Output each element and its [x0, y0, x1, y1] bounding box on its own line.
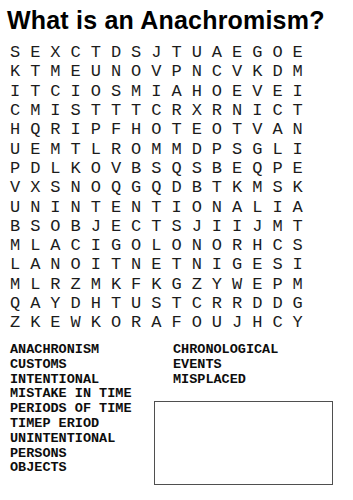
grid-cell: S — [25, 217, 45, 236]
grid-cell: O — [45, 217, 65, 236]
grid-cell: C — [187, 294, 207, 313]
grid-cell: A — [207, 43, 227, 62]
grid-cell: M — [146, 139, 166, 158]
grid-cell: C — [45, 82, 65, 101]
grid-cell: T — [25, 82, 45, 101]
grid-cell: V — [247, 82, 267, 101]
grid-cell: E — [187, 120, 207, 139]
grid-cell: M — [45, 62, 65, 81]
grid-cell: T — [66, 139, 86, 158]
grid-cell: S — [106, 82, 126, 101]
grid-cell: D — [267, 62, 287, 81]
grid-cell: E — [227, 159, 247, 178]
grid-cell: D — [106, 43, 126, 62]
grid-cell: C — [207, 62, 227, 81]
grid-cell: A — [25, 255, 45, 274]
grid-cell: N — [207, 197, 227, 216]
grid-cell: S — [187, 159, 207, 178]
grid-cell: V — [146, 62, 166, 81]
grid-cell: O — [187, 313, 207, 332]
grid-cell: S — [146, 159, 166, 178]
grid-cell: M — [167, 139, 187, 158]
grid-cell: Z — [5, 313, 25, 332]
grid-cell: A — [288, 197, 308, 216]
grid-cell: E — [45, 313, 65, 332]
grid-cell: G — [288, 294, 308, 313]
grid-cell: O — [126, 139, 146, 158]
word-search-worksheet: { "game": "word-search", "title": "What … — [0, 0, 353, 500]
word-item: EVENTS — [173, 358, 278, 373]
grid-cell: C — [5, 101, 25, 120]
word-item: PERSONS — [10, 447, 132, 462]
grid-cell: I — [207, 255, 227, 274]
grid-cell: U — [86, 62, 106, 81]
grid-cell: H — [86, 294, 106, 313]
grid-cell: F — [126, 275, 146, 294]
grid-cell: N — [106, 62, 126, 81]
grid-cell: S — [167, 217, 187, 236]
grid-cell: E — [247, 255, 267, 274]
grid-cell: H — [187, 82, 207, 101]
grid-cell: T — [167, 43, 187, 62]
grid-cell: D — [66, 294, 86, 313]
grid-cell: R — [126, 313, 146, 332]
grid-cell: M — [86, 275, 106, 294]
grid-cell: M — [267, 217, 287, 236]
grid-cell: T — [288, 217, 308, 236]
grid-cell: E — [25, 139, 45, 158]
grid-cell: I — [167, 197, 187, 216]
grid-cell: D — [267, 294, 287, 313]
grid-cell: X — [45, 43, 65, 62]
grid-cell: G — [126, 178, 146, 197]
grid-cell: V — [5, 178, 25, 197]
grid-cell: G — [247, 43, 267, 62]
grid-cell: T — [25, 62, 45, 81]
grid-cell: D — [25, 159, 45, 178]
grid-cell: L — [247, 197, 267, 216]
word-list-left: ANACHRONISMCUSTOMSINTENTIONALMISTAKE IN … — [10, 343, 132, 476]
grid-cell: X — [25, 178, 45, 197]
grid-cell: Y — [207, 275, 227, 294]
grid-cell: N — [187, 255, 207, 274]
grid-cell: C — [267, 236, 287, 255]
grid-cell: P — [267, 159, 287, 178]
grid-cell: I — [247, 101, 267, 120]
grid-cell: I — [45, 197, 65, 216]
grid-cell: I — [227, 217, 247, 236]
grid-cell: T — [126, 101, 146, 120]
grid-cell: N — [288, 120, 308, 139]
grid-cell: I — [288, 255, 308, 274]
grid-cell: U — [187, 43, 207, 62]
grid-cell: P — [207, 139, 227, 158]
grid-cell: I — [146, 82, 166, 101]
grid-cell: B — [187, 178, 207, 197]
grid-cell: Y — [45, 294, 65, 313]
grid-cell: K — [106, 275, 126, 294]
grid-cell: O — [167, 236, 187, 255]
grid-cell: C — [267, 313, 287, 332]
grid-cell: T — [167, 120, 187, 139]
word-item: TIMEP ERIOD — [10, 417, 132, 432]
grid-cell: T — [288, 101, 308, 120]
grid-cell: S — [5, 43, 25, 62]
grid-cell: Z — [66, 275, 86, 294]
grid-cell: T — [167, 255, 187, 274]
grid-cell: W — [227, 275, 247, 294]
grid-cell: T — [167, 294, 187, 313]
grid-cell: P — [5, 159, 25, 178]
grid-cell: R — [227, 236, 247, 255]
grid-cell: L — [45, 159, 65, 178]
grid-cell: B — [126, 159, 146, 178]
grid-cell: A — [167, 82, 187, 101]
grid-cell: I — [86, 255, 106, 274]
grid-cell: E — [288, 159, 308, 178]
grid-cell: L — [25, 275, 45, 294]
grid-cell: A — [227, 197, 247, 216]
grid-cell: S — [146, 294, 166, 313]
grid-cell: L — [5, 255, 25, 274]
grid-cell: J — [187, 217, 207, 236]
grid-cell: R — [207, 294, 227, 313]
grid-cell: K — [227, 178, 247, 197]
grid-cell: S — [126, 43, 146, 62]
grid-cell: I — [288, 139, 308, 158]
grid-cell: N — [66, 178, 86, 197]
grid-cell: M — [126, 82, 146, 101]
grid-cell: H — [247, 236, 267, 255]
grid-cell: R — [167, 101, 187, 120]
grid-cell: R — [227, 294, 247, 313]
grid-cell: B — [207, 159, 227, 178]
grid-cell: I — [45, 101, 65, 120]
grid-cell: N — [25, 197, 45, 216]
grid-cell: L — [146, 236, 166, 255]
grid-cell: E — [267, 82, 287, 101]
grid-cell: G — [167, 275, 187, 294]
grid-cell: E — [227, 82, 247, 101]
grid-cell: M — [25, 101, 45, 120]
grid-cell: O — [66, 255, 86, 274]
grid-cell: I — [66, 120, 86, 139]
grid-cell: U — [5, 139, 25, 158]
grid-cell: A — [146, 313, 166, 332]
grid-cell: J — [146, 43, 166, 62]
grid-cell: O — [207, 82, 227, 101]
grid-cell: K — [66, 159, 86, 178]
grid-cell: Q — [247, 159, 267, 178]
grid-cell: A — [267, 120, 287, 139]
grid-cell: T — [86, 197, 106, 216]
grid-cell: Q — [25, 120, 45, 139]
grid-cell: G — [247, 139, 267, 158]
grid-cell: N — [187, 236, 207, 255]
grid-cell: F — [167, 313, 187, 332]
grid-cell: O — [207, 120, 227, 139]
grid-cell: O — [187, 197, 207, 216]
grid-cell: T — [86, 101, 106, 120]
word-item: UNINTENTIONAL — [10, 432, 132, 447]
grid-cell: K — [86, 313, 106, 332]
grid-cell: W — [66, 313, 86, 332]
page-title: What is an Anachromism? — [7, 6, 325, 35]
grid-cell: M — [288, 275, 308, 294]
grid-cell: T — [86, 43, 106, 62]
word-item: MISPLACED — [173, 373, 278, 388]
grid-cell: B — [5, 217, 25, 236]
grid-cell: N — [126, 255, 146, 274]
grid-cell: I — [207, 217, 227, 236]
grid-cell: P — [167, 62, 187, 81]
grid-cell: Q — [167, 159, 187, 178]
grid-cell: R — [106, 139, 126, 158]
grid-cell: S — [66, 101, 86, 120]
grid-cell: E — [288, 43, 308, 62]
grid-cell: G — [227, 255, 247, 274]
grid-cell: O — [207, 236, 227, 255]
word-list-right: CHRONOLOGICALEVENTSMISPLACED — [173, 343, 278, 387]
grid-cell: T — [146, 197, 166, 216]
grid-cell: O — [106, 313, 126, 332]
grid-cell: E — [25, 43, 45, 62]
grid-cell: B — [66, 217, 86, 236]
grid-cell: V — [247, 120, 267, 139]
grid-cell: Q — [5, 294, 25, 313]
grid-cell: U — [5, 197, 25, 216]
grid-cell: T — [146, 217, 166, 236]
grid-cell: S — [267, 255, 287, 274]
grid-cell: R — [45, 120, 65, 139]
grid-cell: R — [207, 101, 227, 120]
grid-cell: E — [247, 275, 267, 294]
grid-cell: E — [146, 255, 166, 274]
grid-cell: J — [247, 217, 267, 236]
grid-cell: H — [247, 313, 267, 332]
grid-cell: A — [25, 294, 45, 313]
grid-cell: Y — [288, 313, 308, 332]
grid-cell: X — [187, 101, 207, 120]
grid-cell: S — [288, 236, 308, 255]
grid-cell: O — [86, 159, 106, 178]
grid-cell: S — [45, 178, 65, 197]
grid-cell: N — [187, 62, 207, 81]
word-item: OBJECTS — [10, 461, 132, 476]
grid-cell: O — [146, 120, 166, 139]
grid-cell: O — [267, 43, 287, 62]
grid-cell: L — [86, 139, 106, 158]
word-item: CHRONOLOGICAL — [173, 343, 278, 358]
grid-cell: C — [66, 236, 86, 255]
grid-cell: I — [288, 82, 308, 101]
grid-cell: N — [227, 101, 247, 120]
grid-cell: O — [126, 236, 146, 255]
grid-cell: O — [86, 178, 106, 197]
word-item: INTENTIONAL — [10, 373, 132, 388]
grid-cell: N — [66, 197, 86, 216]
grid-cell: L — [25, 236, 45, 255]
grid-cell: S — [267, 178, 287, 197]
word-item: ANACHRONISM — [10, 343, 132, 358]
grid-cell: D — [167, 178, 187, 197]
grid-cell: K — [146, 275, 166, 294]
grid-cell: T — [207, 178, 227, 197]
grid-cell: C — [126, 217, 146, 236]
grid-cell: T — [106, 294, 126, 313]
grid-cell: K — [288, 178, 308, 197]
word-item: CUSTOMS — [10, 358, 132, 373]
grid-cell: T — [227, 120, 247, 139]
grid-cell: R — [45, 275, 65, 294]
grid-cell: M — [5, 275, 25, 294]
grid-cell: U — [126, 294, 146, 313]
grid-cell: T — [106, 101, 126, 120]
grid-cell: J — [86, 217, 106, 236]
grid-cell: D — [247, 294, 267, 313]
grid-cell: K — [5, 62, 25, 81]
grid-cell: G — [106, 236, 126, 255]
grid-cell: P — [86, 120, 106, 139]
grid-cell: A — [45, 236, 65, 255]
grid-cell: I — [267, 197, 287, 216]
answer-box — [154, 401, 333, 485]
grid-cell: C — [146, 101, 166, 120]
grid-cell: Q — [146, 178, 166, 197]
grid-cell: L — [267, 139, 287, 158]
grid-cell: E — [66, 62, 86, 81]
grid-cell: K — [247, 62, 267, 81]
grid-cell: Q — [106, 178, 126, 197]
grid-cell: H — [5, 120, 25, 139]
grid-cell: N — [45, 255, 65, 274]
grid-cell: I — [5, 82, 25, 101]
grid-cell: K — [25, 313, 45, 332]
grid-cell: O — [126, 62, 146, 81]
grid-cell: C — [66, 43, 86, 62]
grid-cell: J — [227, 313, 247, 332]
grid-cell: M — [247, 178, 267, 197]
grid-cell: I — [86, 236, 106, 255]
grid-cell: Z — [187, 275, 207, 294]
grid-cell: E — [106, 197, 126, 216]
grid-cell: S — [227, 139, 247, 158]
grid-cell: N — [126, 197, 146, 216]
grid-cell: O — [86, 82, 106, 101]
grid-cell: V — [227, 62, 247, 81]
word-item: MISTAKE IN TIME — [10, 387, 132, 402]
grid-cell: M — [45, 139, 65, 158]
grid-cell: E — [106, 217, 126, 236]
grid-cell: E — [227, 43, 247, 62]
grid-cell: V — [106, 159, 126, 178]
grid-cell: U — [207, 313, 227, 332]
word-search-grid: SEXCTDSJTUAEGOEKTMEUNOVPNCVKDMITCIOSMIAH… — [5, 43, 308, 332]
grid-cell: H — [126, 120, 146, 139]
grid-cell: D — [187, 139, 207, 158]
grid-cell: I — [66, 82, 86, 101]
grid-cell: M — [288, 62, 308, 81]
grid-cell: M — [5, 236, 25, 255]
grid-cell: F — [106, 120, 126, 139]
word-item: PERIODS OF TIME — [10, 402, 132, 417]
grid-cell: C — [267, 101, 287, 120]
grid-cell: T — [106, 255, 126, 274]
grid-cell: P — [267, 275, 287, 294]
